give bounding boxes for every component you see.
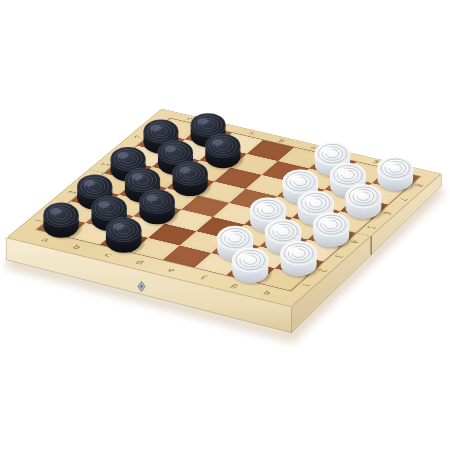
product-photo-scene: aabbccddeeffgghh1122334455667788	[0, 0, 450, 450]
piece-white-g1[interactable]	[232, 248, 271, 284]
piece-white-h6[interactable]	[346, 185, 384, 221]
piece-white-h2[interactable]	[281, 241, 320, 277]
piece-white-h8[interactable]	[378, 157, 416, 192]
piece-black-c7[interactable]	[205, 134, 243, 169]
piece-white-h4[interactable]	[313, 213, 351, 249]
piece-black-a1[interactable]	[43, 203, 81, 239]
piece-black-c1[interactable]	[106, 218, 144, 254]
piece-black-c3[interactable]	[139, 189, 177, 225]
pieces-layer	[0, 0, 450, 450]
piece-black-c5[interactable]	[173, 162, 211, 198]
